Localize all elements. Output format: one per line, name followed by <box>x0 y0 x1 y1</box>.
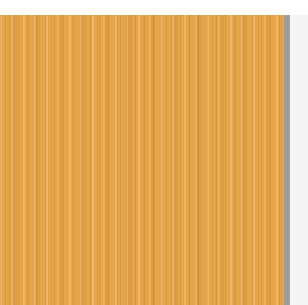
go-board[interactable] <box>0 20 285 305</box>
row-labels-strip <box>290 15 308 305</box>
go-board-screen <box>0 0 308 305</box>
column-labels-strip <box>0 0 308 15</box>
